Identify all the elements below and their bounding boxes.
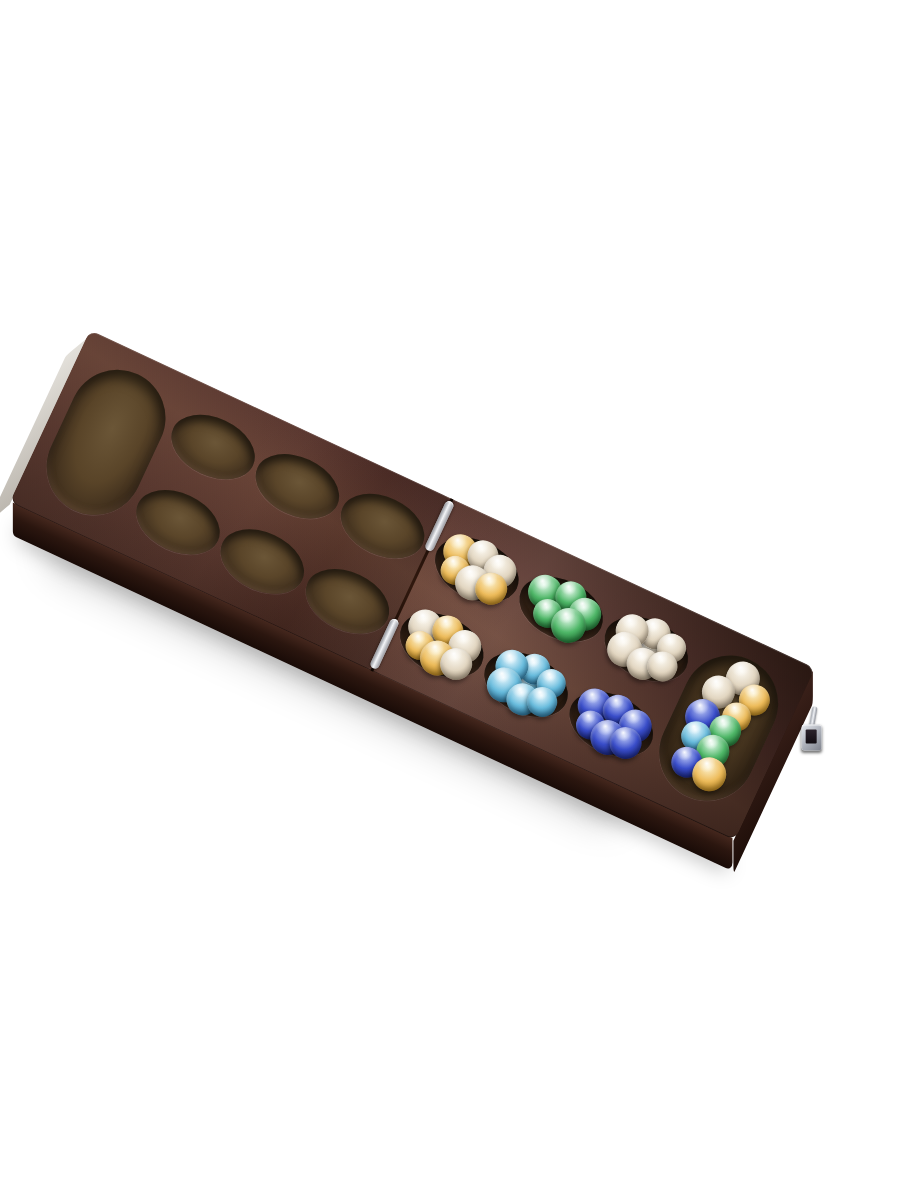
pit-bottom-1[interactable] — [126, 477, 230, 567]
pit-top-3[interactable] — [331, 481, 435, 571]
product-photo-scene — [0, 0, 900, 1200]
pit-top-6[interactable] — [595, 604, 699, 694]
pit-top-4[interactable] — [425, 525, 529, 615]
pit-bottom-4[interactable] — [390, 600, 494, 690]
pit-bottom-6[interactable] — [559, 679, 663, 769]
pit-top-5[interactable] — [510, 564, 614, 654]
latch-slot — [806, 729, 817, 743]
latch-clasp — [799, 708, 825, 760]
pit-top-2[interactable] — [246, 441, 350, 531]
pit-bottom-2[interactable] — [211, 516, 315, 606]
pit-bottom-5[interactable] — [475, 639, 579, 729]
mancala-board — [10, 330, 815, 840]
pit-top-1[interactable] — [161, 402, 265, 492]
